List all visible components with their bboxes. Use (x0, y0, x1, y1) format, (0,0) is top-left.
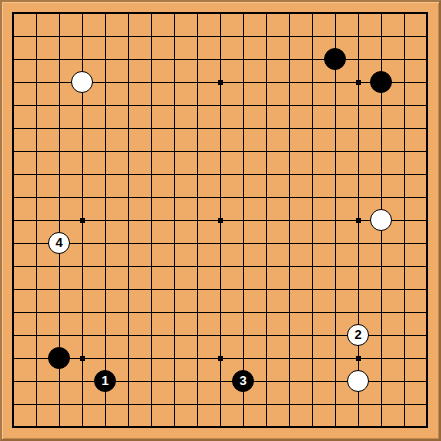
stone-move-number: 2 (348, 325, 368, 345)
star-point (218, 218, 223, 223)
grid-line-horizontal (13, 266, 427, 267)
star-point (356, 218, 361, 223)
stone-black-R16 (370, 71, 392, 93)
stone-white-Q5: 2 (347, 324, 369, 346)
stone-white-R10 (370, 209, 392, 231)
grid-line-vertical (335, 13, 336, 427)
stone-black-P17 (324, 48, 346, 70)
grid-line-vertical (289, 13, 290, 427)
grid-line-horizontal (13, 289, 427, 290)
grid-line-horizontal (13, 404, 427, 405)
go-board: 4132 (0, 0, 441, 441)
grid-line-vertical (266, 13, 267, 427)
stone-white-C9: 4 (48, 232, 70, 254)
stone-move-number: 1 (95, 371, 115, 391)
stone-white-Q3 (347, 370, 369, 392)
stone-black-C4 (48, 347, 70, 369)
star-point (356, 356, 361, 361)
star-point (80, 218, 85, 223)
grid-line-vertical (404, 13, 405, 427)
stone-black-L3: 3 (232, 370, 254, 392)
grid-line-horizontal (13, 243, 427, 244)
grid-line-vertical (312, 13, 313, 427)
star-point (80, 356, 85, 361)
stone-black-E3: 1 (94, 370, 116, 392)
grid-line-vertical (243, 13, 244, 427)
star-point (218, 356, 223, 361)
star-point (218, 80, 223, 85)
stone-move-number: 4 (49, 233, 69, 253)
grid-line-horizontal (13, 312, 427, 313)
star-point (356, 80, 361, 85)
stone-white-D16 (71, 71, 93, 93)
stone-move-number: 3 (233, 371, 253, 391)
